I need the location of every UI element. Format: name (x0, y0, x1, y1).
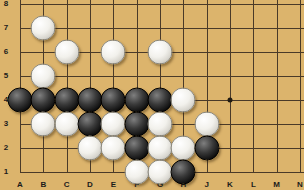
file-label-N: N (297, 181, 303, 189)
file-label-D: D (87, 181, 93, 189)
stone-black-C4[interactable] (54, 88, 79, 113)
stone-black-G4[interactable] (148, 88, 173, 113)
grid-hline-row-8 (20, 4, 304, 5)
stone-white-B7[interactable] (31, 16, 56, 41)
stone-white-B5[interactable] (31, 64, 56, 89)
rank-label-5: 5 (4, 72, 8, 80)
rank-label-8: 8 (4, 0, 8, 8)
file-label-M: M (273, 181, 280, 189)
stone-white-G6[interactable] (148, 40, 173, 65)
stone-black-D4[interactable] (78, 88, 103, 113)
file-label-A: A (17, 181, 23, 189)
rank-label-7: 7 (4, 24, 8, 32)
grid-hline-row-5 (20, 76, 304, 77)
file-label-L: L (251, 181, 256, 189)
grid-vline-col-K (230, 0, 231, 173)
stone-black-F3[interactable] (124, 112, 149, 137)
file-label-C: C (64, 181, 70, 189)
stone-white-C6[interactable] (54, 40, 79, 65)
stone-white-G1[interactable] (148, 160, 173, 185)
stone-white-D2[interactable] (78, 136, 103, 161)
grid-vline-col-A (20, 0, 21, 173)
stone-black-F2[interactable] (124, 136, 149, 161)
stone-black-B4[interactable] (31, 88, 56, 113)
file-label-K: K (227, 181, 233, 189)
stone-white-E2[interactable] (101, 136, 126, 161)
go-board[interactable]: 87654321ABCDEFGHJKLMN (0, 0, 304, 190)
stone-white-B3[interactable] (31, 112, 56, 137)
rank-label-6: 6 (4, 48, 8, 56)
stone-black-H1[interactable] (171, 160, 196, 185)
stone-white-E3[interactable] (101, 112, 126, 137)
stone-white-H4[interactable] (171, 88, 196, 113)
grid-vline-col-L (253, 0, 254, 173)
file-label-J: J (204, 181, 208, 189)
stone-white-E6[interactable] (101, 40, 126, 65)
file-label-E: E (111, 181, 116, 189)
grid-vline-col-C (67, 0, 68, 173)
stone-white-H2[interactable] (171, 136, 196, 161)
stone-black-F4[interactable] (124, 88, 149, 113)
rank-label-3: 3 (4, 120, 8, 128)
stone-black-A4[interactable] (8, 88, 33, 113)
stone-black-J2[interactable] (194, 136, 219, 161)
grid-hline-row-7 (20, 28, 304, 29)
rank-label-2: 2 (4, 144, 8, 152)
file-label-B: B (40, 181, 46, 189)
grid-vline-col-M (277, 0, 278, 173)
stone-black-E4[interactable] (101, 88, 126, 113)
stone-white-J3[interactable] (194, 112, 219, 137)
star-point-K4 (228, 98, 233, 103)
rank-label-1: 1 (4, 168, 8, 176)
stone-white-G3[interactable] (148, 112, 173, 137)
stone-white-F1[interactable] (124, 160, 149, 185)
stone-white-G2[interactable] (148, 136, 173, 161)
grid-vline-col-N (300, 0, 301, 173)
stone-white-C3[interactable] (54, 112, 79, 137)
stone-black-D3[interactable] (78, 112, 103, 137)
